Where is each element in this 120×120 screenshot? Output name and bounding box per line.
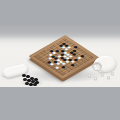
black-stones-pile [22,74,26,77]
white-stone-loose [94,77,97,80]
board-cell[interactable] [62,75,64,76]
white-stone-loose [88,74,91,77]
white-stone-loose [107,76,110,79]
black-pile-shadow [20,78,44,87]
white-stone-loose [101,73,104,76]
white-stone-loose [99,70,102,73]
white-stone-loose [111,72,114,75]
